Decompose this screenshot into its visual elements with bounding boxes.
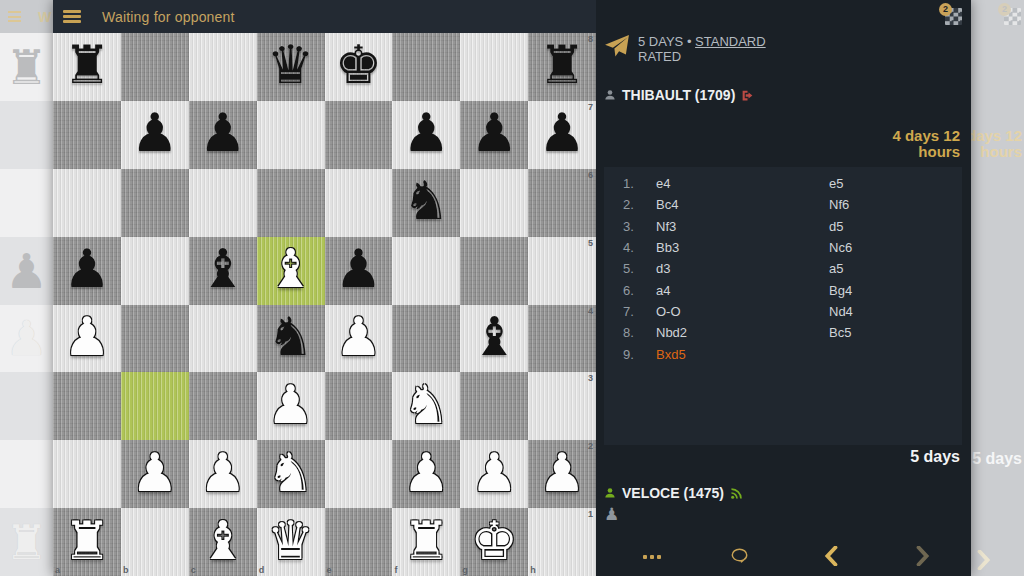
rank-label: 2: [588, 441, 593, 451]
ghost-piece: ♜: [5, 518, 48, 566]
ghost-piece: ♜: [5, 43, 48, 91]
square-a3[interactable]: [53, 372, 121, 440]
square-g7[interactable]: ♟: [460, 101, 528, 169]
square-e2[interactable]: [325, 440, 393, 508]
move-number: 5.: [604, 261, 656, 276]
square-c8[interactable]: [189, 33, 257, 101]
square-d3[interactable]: ♟: [257, 372, 325, 440]
player-bottom-row: VELOCE (1475): [604, 485, 743, 501]
move-white-san[interactable]: Bb3: [656, 240, 829, 255]
square-c5[interactable]: ♝: [189, 237, 257, 305]
square-g2[interactable]: ♟: [460, 440, 528, 508]
clock-top: 4 days 12 hours: [892, 128, 960, 160]
white-bishop: ♝: [267, 242, 315, 295]
square-b4[interactable]: [121, 305, 189, 373]
white-pawn: ♟: [403, 446, 451, 499]
black-pawn: ♟: [63, 242, 111, 295]
square-g3[interactable]: [460, 372, 528, 440]
white-knight: ♞: [403, 378, 451, 431]
square-d5[interactable]: ♝: [257, 237, 325, 305]
chevron-right-icon: [916, 546, 930, 566]
move-white-san[interactable]: O-O: [656, 304, 829, 319]
square-b2[interactable]: ♟: [121, 440, 189, 508]
square-f4[interactable]: [392, 305, 460, 373]
white-pawn: ♟: [63, 310, 111, 363]
ghost-square: ♜: [0, 508, 53, 576]
square-e7[interactable]: [325, 101, 393, 169]
square-c4[interactable]: [189, 305, 257, 373]
move-number: 7.: [604, 304, 656, 319]
black-rook: ♜: [63, 38, 111, 91]
ghost-piece: ♟: [5, 314, 48, 362]
black-pawn: ♟: [199, 106, 247, 159]
previous-move-button[interactable]: [824, 546, 838, 570]
header-separator: •: [687, 34, 692, 49]
game-controls: [596, 544, 971, 570]
menu-hamburger-icon[interactable]: [63, 10, 81, 23]
ghost-square: [0, 169, 53, 237]
ghost-chevron-right-icon: [977, 550, 991, 574]
ellipsis-icon: [643, 544, 661, 570]
square-d4[interactable]: ♞: [257, 305, 325, 373]
move-list: 1.e4e52.Bc4Nf63.Nf3d54.Bb3Nc65.d3a56.a4B…: [604, 167, 962, 445]
square-b6[interactable]: [121, 169, 189, 237]
player-top-name[interactable]: THIBAULT (1709): [622, 87, 735, 103]
square-e5[interactable]: ♟: [325, 237, 393, 305]
chat-bubble-icon: [730, 546, 749, 565]
move-number: 2.: [604, 197, 656, 212]
ghost-square: ♟: [0, 237, 53, 305]
move-row: 9.Bxd5: [604, 343, 962, 364]
white-rook: ♜: [63, 514, 111, 567]
white-king: ♚: [470, 514, 518, 567]
move-row: 1.e4e5: [604, 173, 962, 194]
square-b8[interactable]: [121, 33, 189, 101]
player-top-row: THIBAULT (1709): [604, 87, 754, 103]
ghost-topbar: W: [0, 0, 53, 33]
file-label: a: [55, 565, 60, 575]
next-move-button[interactable]: [916, 546, 930, 570]
ghost-square: ♟: [0, 305, 53, 373]
file-label: f: [394, 565, 397, 575]
square-c7[interactable]: ♟: [189, 101, 257, 169]
square-a7[interactable]: [53, 101, 121, 169]
ghost-left-strip: W ♜♟♟♜: [0, 0, 53, 576]
file-label: d: [259, 565, 265, 575]
black-king: ♚: [335, 38, 383, 91]
white-pawn: ♟: [267, 378, 315, 431]
square-f8[interactable]: [392, 33, 460, 101]
square-a4[interactable]: ♟: [53, 305, 121, 373]
white-bishop: ♝: [199, 514, 247, 567]
square-h1[interactable]: 1h: [528, 508, 596, 576]
square-d2[interactable]: ♞: [257, 440, 325, 508]
move-black-san[interactable]: Nf6: [829, 197, 962, 212]
move-row: 2.Bc4Nf6: [604, 194, 962, 215]
move-black-san[interactable]: e5: [829, 176, 962, 191]
black-pawn: ♟: [470, 106, 518, 159]
move-white-san[interactable]: d3: [656, 261, 829, 276]
square-f5[interactable]: [392, 237, 460, 305]
move-row: 5.d3a5: [604, 258, 962, 279]
black-pawn: ♟: [335, 242, 383, 295]
move-row: 7.O-ONd4: [604, 301, 962, 322]
move-black-san[interactable]: Bc5: [829, 325, 962, 340]
square-c3[interactable]: [189, 372, 257, 440]
chess-board: ♜♛♚♜8♟♟♟♟♟7♞6♟♝♝♟5♟♞♟♝4♟♞3♟♟♞♟♟♟2♜ab♝c♛d…: [53, 33, 596, 576]
rank-label: 3: [588, 373, 593, 383]
ghost-square: [0, 372, 53, 440]
correspondence-games-icon[interactable]: 2: [945, 8, 962, 25]
ghost-square: [0, 440, 53, 508]
square-b5[interactable]: [121, 237, 189, 305]
rated-label: RATED: [638, 49, 766, 64]
square-a6[interactable]: [53, 169, 121, 237]
move-black-san[interactable]: Nc6: [829, 240, 962, 255]
white-pawn: ♟: [470, 446, 518, 499]
move-row: 8.Nbd2Bc5: [604, 322, 962, 343]
move-number: 4.: [604, 240, 656, 255]
square-f6[interactable]: ♞: [392, 169, 460, 237]
move-row: 6.a4Bg4: [604, 279, 962, 300]
app: W ♜♟♟♜ Waiting for opponent ♜♛♚♜8♟♟♟♟♟7♞…: [0, 0, 1024, 576]
move-white-san[interactable]: a4: [656, 283, 829, 298]
white-pawn: ♟: [335, 310, 383, 363]
signal-broadcast-icon: [730, 487, 743, 500]
black-pawn: ♟: [538, 106, 586, 159]
square-b1[interactable]: b: [121, 508, 189, 576]
black-pawn: ♟: [403, 106, 451, 159]
file-label: c: [191, 565, 196, 575]
more-options-button[interactable]: [643, 544, 661, 570]
move-number: 3.: [604, 219, 656, 234]
ghost-piece: ♟: [5, 247, 48, 295]
move-white-san[interactable]: Nbd2: [656, 325, 829, 340]
player-left-game-icon: [741, 89, 754, 102]
square-a5[interactable]: ♟: [53, 237, 121, 305]
black-knight: ♞: [403, 174, 451, 227]
clock-bottom: 5 days: [910, 449, 960, 465]
square-e1[interactable]: e: [325, 508, 393, 576]
file-label: e: [327, 565, 332, 575]
move-black-san[interactable]: Nd4: [829, 304, 962, 319]
chat-button[interactable]: [730, 546, 749, 569]
square-f1[interactable]: ♜f: [392, 508, 460, 576]
black-bishop: ♝: [470, 310, 518, 363]
black-pawn: ♟: [131, 106, 179, 159]
square-b7[interactable]: ♟: [121, 101, 189, 169]
square-d6[interactable]: [257, 169, 325, 237]
black-rook: ♜: [538, 38, 586, 91]
black-bishop: ♝: [199, 242, 247, 295]
white-rook: ♜: [403, 514, 451, 567]
ghost-games-badge: 2: [998, 3, 1011, 16]
player-bottom-name[interactable]: VELOCE (1475): [622, 485, 724, 501]
square-f2[interactable]: ♟: [392, 440, 460, 508]
square-d8[interactable]: ♛: [257, 33, 325, 101]
square-a2[interactable]: [53, 440, 121, 508]
black-queen: ♛: [267, 38, 315, 91]
move-white-san[interactable]: Bc4: [656, 197, 829, 212]
move-row: 4.Bb3Nc6: [604, 237, 962, 258]
ghost-games-icon: 2: [1004, 8, 1021, 25]
white-knight: ♞: [267, 446, 315, 499]
ghost-clock-bottom: 5 days: [972, 450, 1022, 468]
white-pawn: ♟: [131, 446, 179, 499]
main-layer: Waiting for opponent ♜♛♚♜8♟♟♟♟♟7♞6♟♝♝♟5♟…: [53, 0, 971, 576]
paper-plane-icon: [604, 34, 630, 60]
rank-label: 5: [588, 238, 593, 248]
square-b3[interactable]: [121, 372, 189, 440]
chevron-left-icon: [824, 546, 838, 566]
square-h5[interactable]: 5: [528, 237, 596, 305]
square-a1[interactable]: ♜a: [53, 508, 121, 576]
rank-label: 1: [588, 509, 593, 519]
file-label: h: [530, 565, 536, 575]
square-e8[interactable]: ♚: [325, 33, 393, 101]
move-black-san[interactable]: d5: [829, 219, 962, 234]
time-control-label: 5 DAYS: [638, 34, 683, 49]
black-knight: ♞: [267, 310, 315, 363]
move-number: 6.: [604, 283, 656, 298]
square-d7[interactable]: [257, 101, 325, 169]
square-e3[interactable]: [325, 372, 393, 440]
square-f7[interactable]: ♟: [392, 101, 460, 169]
square-d1[interactable]: ♛d: [257, 508, 325, 576]
move-black-san[interactable]: a5: [829, 261, 962, 276]
ghost-right-strip: 2 days 12 hours 5 days: [971, 0, 1024, 576]
ghost-clock-top: days 12 hours: [967, 128, 1022, 160]
square-g6[interactable]: [460, 169, 528, 237]
square-h7[interactable]: ♟7: [528, 101, 596, 169]
white-queen: ♛: [267, 514, 315, 567]
ghost-hamburger-icon: [8, 11, 21, 22]
ghost-title-fragment: W: [38, 9, 51, 25]
square-g8[interactable]: [460, 33, 528, 101]
white-pawn: ♟: [538, 446, 586, 499]
square-c1[interactable]: ♝c: [189, 508, 257, 576]
rank-label: 6: [588, 170, 593, 180]
square-h6[interactable]: 6: [528, 169, 596, 237]
square-f3[interactable]: ♞: [392, 372, 460, 440]
move-white-san[interactable]: e4: [656, 176, 829, 191]
move-number: 1.: [604, 176, 656, 191]
move-white-san[interactable]: Bxd5: [656, 347, 829, 362]
player-online-icon: [604, 487, 616, 499]
square-h3[interactable]: 3: [528, 372, 596, 440]
move-row: 3.Nf3d5: [604, 216, 962, 237]
rank-label: 7: [588, 102, 593, 112]
file-label: g: [462, 565, 468, 575]
square-g1[interactable]: ♚g: [460, 508, 528, 576]
file-label: b: [123, 565, 129, 575]
page-title: Waiting for opponent: [102, 9, 235, 25]
captured-pieces-tray: ♟: [604, 504, 619, 524]
square-g4[interactable]: ♝: [460, 305, 528, 373]
game-info-header: 5 DAYS • STANDARD RATED: [604, 34, 766, 64]
square-e6[interactable]: [325, 169, 393, 237]
square-e4[interactable]: ♟: [325, 305, 393, 373]
ghost-square: ♜: [0, 33, 53, 101]
move-number: 9.: [604, 347, 656, 362]
variant-link[interactable]: STANDARD: [695, 34, 766, 49]
move-number: 8.: [604, 325, 656, 340]
player-offline-icon: [604, 89, 616, 101]
square-c6[interactable]: [189, 169, 257, 237]
rank-label: 4: [588, 306, 593, 316]
rank-label: 8: [588, 34, 593, 44]
square-a8[interactable]: ♜: [53, 33, 121, 101]
side-panel: 2 5 DAYS • STANDARD RATED: [596, 0, 971, 576]
move-white-san[interactable]: Nf3: [656, 219, 829, 234]
ghost-square: [0, 101, 53, 169]
square-c2[interactable]: ♟: [189, 440, 257, 508]
top-bar: Waiting for opponent: [53, 0, 596, 33]
move-black-san[interactable]: Bg4: [829, 283, 962, 298]
square-h4[interactable]: 4: [528, 305, 596, 373]
square-h8[interactable]: ♜8: [528, 33, 596, 101]
white-pawn: ♟: [199, 446, 247, 499]
games-count-badge: 2: [939, 3, 952, 16]
square-g5[interactable]: [460, 237, 528, 305]
square-h2[interactable]: ♟2: [528, 440, 596, 508]
